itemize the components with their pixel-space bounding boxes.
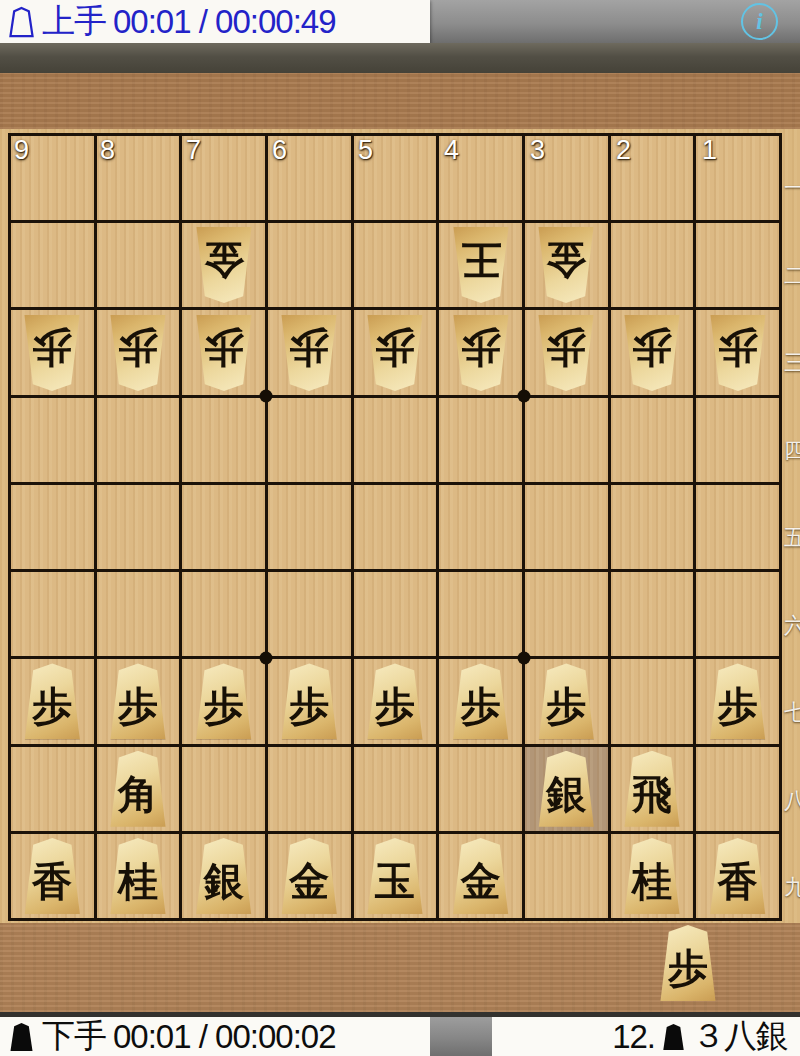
board-cell[interactable]: 角 xyxy=(97,747,180,831)
shogi-piece-sente[interactable]: 歩 xyxy=(277,663,341,739)
star-point xyxy=(518,390,531,403)
rank-label: 四 xyxy=(784,436,800,466)
star-point xyxy=(518,652,531,665)
shogi-piece-sente[interactable]: 歩 xyxy=(363,663,427,739)
board-cell[interactable]: 王 xyxy=(439,223,522,307)
board-cell[interactable]: 歩 xyxy=(182,310,265,394)
board-cell[interactable] xyxy=(97,223,180,307)
board-cell[interactable] xyxy=(268,747,351,831)
board-cell[interactable]: 歩 xyxy=(696,310,779,394)
shogi-piece-sente[interactable]: 歩 xyxy=(20,663,84,739)
piece-kanji: 桂 xyxy=(632,851,672,901)
shogi-piece-gote[interactable]: 金 xyxy=(534,227,598,303)
board-cell[interactable]: 飛 xyxy=(611,747,694,831)
board-cell[interactable]: 歩 xyxy=(525,659,608,743)
board-cell[interactable] xyxy=(11,398,94,482)
board-cell[interactable]: 歩 xyxy=(611,310,694,394)
shogi-piece-gote[interactable]: 歩 xyxy=(106,315,170,391)
board-cell[interactable]: 玉 xyxy=(354,834,437,918)
piece-kanji: 歩 xyxy=(718,676,758,726)
board-cell[interactable] xyxy=(611,485,694,569)
shogi-piece-gote[interactable]: 王 xyxy=(449,227,513,303)
shogi-piece-gote[interactable]: 歩 xyxy=(706,315,770,391)
board-cell[interactable] xyxy=(354,747,437,831)
board-cell[interactable]: 金 xyxy=(268,834,351,918)
shogi-piece-sente[interactable]: 香 xyxy=(706,838,770,914)
piece-kanji: 歩 xyxy=(718,328,758,378)
board-cell[interactable]: 歩 xyxy=(268,659,351,743)
shogi-piece-sente[interactable]: 歩 xyxy=(192,663,256,739)
rank-label: 二 xyxy=(784,261,800,291)
piece-kanji: 歩 xyxy=(32,676,72,726)
file-label: 2 xyxy=(616,135,631,166)
board-cell[interactable]: 歩 xyxy=(439,310,522,394)
board-cell[interactable] xyxy=(611,659,694,743)
board-cell[interactable]: 歩 xyxy=(182,659,265,743)
rank-label: 五 xyxy=(784,523,800,553)
board-cell[interactable]: 歩 xyxy=(525,310,608,394)
piece-kanji: 銀 xyxy=(204,851,244,901)
board-cell[interactable]: 金 xyxy=(439,834,522,918)
shogi-piece-gote[interactable]: 歩 xyxy=(534,315,598,391)
sente-player-label: 下手 xyxy=(42,1014,106,1056)
rank-label: 六 xyxy=(784,611,800,641)
gote-komadai xyxy=(0,73,800,129)
board-cell[interactable] xyxy=(97,398,180,482)
board-cell[interactable] xyxy=(97,485,180,569)
star-point xyxy=(260,652,273,665)
shogi-piece-gote[interactable]: 歩 xyxy=(20,315,84,391)
file-label: 7 xyxy=(186,135,201,166)
board-cell[interactable] xyxy=(439,572,522,656)
rank-label: 七 xyxy=(784,698,800,728)
sente-komadai: 歩 xyxy=(0,923,800,1012)
shogi-piece-sente[interactable]: 歩 xyxy=(449,663,513,739)
shogi-piece-sente[interactable]: 金 xyxy=(449,838,513,914)
top-dark-strip xyxy=(0,43,800,73)
board-cell[interactable] xyxy=(696,572,779,656)
piece-kanji: 桂 xyxy=(118,851,158,901)
board-cell[interactable] xyxy=(611,223,694,307)
sente-piece-icon xyxy=(8,1021,35,1053)
piece-kanji: 歩 xyxy=(461,328,501,378)
board-cell[interactable] xyxy=(11,572,94,656)
rank-label: 八 xyxy=(784,786,800,816)
board-cell[interactable]: 歩 xyxy=(696,659,779,743)
piece-kanji: 王 xyxy=(461,240,501,290)
star-point xyxy=(260,390,273,403)
board-cell[interactable] xyxy=(182,747,265,831)
file-label: 5 xyxy=(358,135,373,166)
shogi-piece-gote[interactable]: 歩 xyxy=(620,315,684,391)
board-cell[interactable] xyxy=(182,398,265,482)
shogi-piece-gote[interactable]: 歩 xyxy=(192,315,256,391)
board-cell[interactable] xyxy=(11,485,94,569)
piece-kanji: 歩 xyxy=(289,676,329,726)
piece-kanji: 歩 xyxy=(546,328,586,378)
shogi-piece-sente[interactable]: 銀 xyxy=(534,751,598,827)
last-move-panel: 12. ３八銀 xyxy=(492,1017,800,1056)
shogi-piece-sente[interactable]: 金 xyxy=(277,838,341,914)
board-cell[interactable]: 桂 xyxy=(97,834,180,918)
piece-kanji: 歩 xyxy=(375,328,415,378)
board-cell[interactable]: 歩 xyxy=(268,310,351,394)
board-cell[interactable]: 歩 xyxy=(11,310,94,394)
piece-kanji: 歩 xyxy=(204,676,244,726)
shogi-piece-sente[interactable]: 銀 xyxy=(192,838,256,914)
board-cell[interactable]: 銀 xyxy=(182,834,265,918)
file-label: 8 xyxy=(100,135,115,166)
piece-kanji: 角 xyxy=(118,764,158,814)
piece-kanji: 玉 xyxy=(375,851,415,901)
piece-kanji: 金 xyxy=(289,851,329,901)
sente-hand-piece[interactable]: 歩 xyxy=(656,925,720,1001)
top-bar: 上手 00:01 / 00:00:49 i xyxy=(0,0,800,43)
board-cell[interactable]: 歩 xyxy=(354,659,437,743)
shogi-piece-sente[interactable]: 歩 xyxy=(706,663,770,739)
piece-kanji: 歩 xyxy=(204,328,244,378)
piece-kanji: 金 xyxy=(546,240,586,290)
gote-player-label: 上手 xyxy=(42,0,106,44)
shogi-piece-sente[interactable]: 飛 xyxy=(620,751,684,827)
piece-kanji: 歩 xyxy=(118,676,158,726)
shogi-piece-sente[interactable]: 香 xyxy=(20,838,84,914)
file-label: 9 xyxy=(14,135,29,166)
rank-label: 九 xyxy=(784,873,800,903)
board-cell[interactable]: 桂 xyxy=(611,834,694,918)
gote-piece-icon xyxy=(8,6,35,38)
board-cell[interactable]: 歩 xyxy=(11,659,94,743)
board-cell[interactable] xyxy=(354,398,437,482)
board-cell[interactable] xyxy=(268,398,351,482)
board-cell[interactable] xyxy=(611,398,694,482)
board-cell[interactable]: 歩 xyxy=(354,310,437,394)
sente-clock-time: 00:01 / 00:00:02 xyxy=(113,1018,336,1056)
shogi-piece-sente[interactable]: 桂 xyxy=(106,838,170,914)
piece-kanji: 飛 xyxy=(632,764,672,814)
board-cell[interactable]: 銀 xyxy=(525,747,608,831)
board-cell[interactable]: 金 xyxy=(525,223,608,307)
info-icon[interactable]: i xyxy=(741,3,778,40)
board-cell[interactable]: 香 xyxy=(696,834,779,918)
board-cell[interactable] xyxy=(525,572,608,656)
shogi-piece-sente[interactable]: 玉 xyxy=(363,838,427,914)
piece-kanji: 歩 xyxy=(546,676,586,726)
board-cell[interactable] xyxy=(696,747,779,831)
piece-kanji: 歩 xyxy=(289,328,329,378)
piece-kanji: 歩 xyxy=(118,328,158,378)
move-text: ３八銀 xyxy=(692,1014,788,1056)
piece-kanji: 金 xyxy=(461,851,501,901)
bottom-bar: 下手 00:01 / 00:00:02 12. ３八銀 xyxy=(0,1017,800,1056)
shogi-piece-gote[interactable]: 歩 xyxy=(277,315,341,391)
board-cell[interactable] xyxy=(696,398,779,482)
shogi-piece-gote[interactable]: 歩 xyxy=(449,315,513,391)
piece-kanji: 歩 xyxy=(375,676,415,726)
move-number: 12. xyxy=(612,1018,655,1056)
board-cell[interactable] xyxy=(354,572,437,656)
board-cell[interactable] xyxy=(696,223,779,307)
piece-kanji: 香 xyxy=(718,851,758,901)
board-cell[interactable] xyxy=(439,398,522,482)
board-cell[interactable]: 歩 xyxy=(439,659,522,743)
board-cell[interactable] xyxy=(354,223,437,307)
board-cell[interactable] xyxy=(354,485,437,569)
file-label: 3 xyxy=(530,135,545,166)
piece-kanji: 銀 xyxy=(546,764,586,814)
gote-clock-panel: 上手 00:01 / 00:00:49 xyxy=(0,0,430,43)
shogi-piece-sente[interactable]: 角 xyxy=(106,751,170,827)
board-cell[interactable] xyxy=(439,747,522,831)
bottom-bar-divider xyxy=(430,1017,492,1056)
board-cell[interactable]: 香 xyxy=(11,834,94,918)
shogi-piece-gote[interactable]: 金 xyxy=(192,227,256,303)
shogi-app-screen: 上手 00:01 / 00:00:49 i 金王金歩歩歩歩歩歩歩歩歩歩歩歩歩歩歩… xyxy=(0,0,800,1056)
board-cell[interactable] xyxy=(439,485,522,569)
board-cell[interactable]: 歩 xyxy=(97,659,180,743)
board-cell[interactable] xyxy=(525,834,608,918)
board-cell[interactable] xyxy=(525,398,608,482)
board-cell[interactable] xyxy=(11,223,94,307)
gote-clock-time: 00:01 / 00:00:49 xyxy=(113,3,336,41)
rank-label: 三 xyxy=(784,348,800,378)
file-label: 6 xyxy=(272,135,287,166)
board-cell[interactable] xyxy=(268,572,351,656)
piece-kanji: 金 xyxy=(204,240,244,290)
board-cell[interactable] xyxy=(268,223,351,307)
shogi-piece-sente[interactable]: 歩 xyxy=(534,663,598,739)
board-cell[interactable] xyxy=(268,485,351,569)
file-label: 4 xyxy=(444,135,459,166)
rank-label: 一 xyxy=(784,173,800,203)
shogi-piece-sente[interactable]: 桂 xyxy=(620,838,684,914)
board-cell[interactable] xyxy=(696,485,779,569)
board-cell[interactable]: 金 xyxy=(182,223,265,307)
sente-move-piece-icon xyxy=(661,1022,686,1052)
file-label: 1 xyxy=(702,135,717,166)
board-cell[interactable] xyxy=(525,485,608,569)
piece-kanji: 歩 xyxy=(632,328,672,378)
board-cell[interactable] xyxy=(611,572,694,656)
hand-piece-kanji: 歩 xyxy=(668,938,708,988)
sente-clock-panel: 下手 00:01 / 00:00:02 xyxy=(0,1017,430,1056)
board-cell[interactable] xyxy=(11,747,94,831)
board-cell[interactable] xyxy=(182,485,265,569)
board-area: 金王金歩歩歩歩歩歩歩歩歩歩歩歩歩歩歩歩歩角銀飛香桂銀金玉金桂香 98765432… xyxy=(0,129,800,923)
shogi-piece-sente[interactable]: 歩 xyxy=(106,663,170,739)
piece-kanji: 歩 xyxy=(32,328,72,378)
board-cell[interactable] xyxy=(97,572,180,656)
board-grid: 金王金歩歩歩歩歩歩歩歩歩歩歩歩歩歩歩歩歩角銀飛香桂銀金玉金桂香 xyxy=(8,133,782,921)
board-cell[interactable] xyxy=(182,572,265,656)
piece-kanji: 歩 xyxy=(461,676,501,726)
board-cell[interactable]: 歩 xyxy=(97,310,180,394)
shogi-piece-gote[interactable]: 歩 xyxy=(363,315,427,391)
piece-kanji: 香 xyxy=(32,851,72,901)
